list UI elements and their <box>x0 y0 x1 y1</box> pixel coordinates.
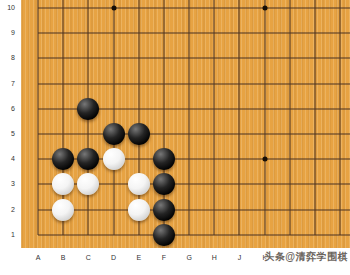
board-cell-C8[interactable] <box>76 46 101 71</box>
grid-line-horizontal <box>302 58 327 59</box>
grid-line-horizontal <box>177 159 202 160</box>
board-cell-J6[interactable] <box>227 96 252 121</box>
board-cell-E6[interactable] <box>126 96 151 121</box>
black-stone-C4 <box>77 148 99 170</box>
watermark-text: 头条@清弈学围棋 <box>264 251 348 263</box>
grid-line-vertical <box>289 0 290 21</box>
board-cell-N5[interactable] <box>328 121 350 146</box>
grid-line-horizontal <box>101 209 126 210</box>
grid-line-horizontal <box>126 33 151 34</box>
board-cell-B1[interactable] <box>51 222 76 247</box>
board-cell-E9[interactable] <box>126 21 151 46</box>
board-cell-D9[interactable] <box>101 21 126 46</box>
grid-line-vertical <box>214 222 215 235</box>
grid-line-horizontal <box>151 108 176 109</box>
grid-line-horizontal <box>328 8 350 9</box>
grid-line-horizontal <box>202 209 227 210</box>
row-label-5: 5 <box>0 130 15 138</box>
grid-line-horizontal <box>227 8 252 9</box>
grid-line-horizontal <box>202 159 227 160</box>
board-cell-H6[interactable] <box>202 96 227 121</box>
board-cell-D8[interactable] <box>101 46 126 71</box>
board-cell-J9[interactable] <box>227 21 252 46</box>
board-cell-D1[interactable] <box>101 222 126 247</box>
grid-line-horizontal <box>328 33 350 34</box>
black-stone-D5 <box>103 123 125 145</box>
board-cell-F8[interactable] <box>151 46 176 71</box>
board-cell-F9[interactable] <box>151 21 176 46</box>
grid-line-horizontal <box>101 33 126 34</box>
grid-line-vertical <box>264 222 265 235</box>
black-stone-F2 <box>153 199 175 221</box>
grid-line-horizontal <box>328 133 350 134</box>
board-cell-M4[interactable] <box>302 147 327 172</box>
grid-line-horizontal <box>177 58 202 59</box>
black-stone-F4 <box>153 148 175 170</box>
board-cell-B7[interactable] <box>51 71 76 96</box>
board-cell-G2[interactable] <box>177 197 202 222</box>
board-cell-B6[interactable] <box>51 96 76 121</box>
board-cell-J3[interactable] <box>227 172 252 197</box>
col-label-E: E <box>136 254 141 262</box>
board-cell-A1[interactable] <box>25 222 50 247</box>
board-cell-F3[interactable] <box>151 172 176 197</box>
grid-line-horizontal <box>252 83 277 84</box>
board-cell-H5[interactable] <box>202 121 227 146</box>
board-cell-M2[interactable] <box>302 197 327 222</box>
board-cell-A7[interactable] <box>25 71 50 96</box>
board-cell-K5[interactable] <box>252 121 277 146</box>
board-cell-G7[interactable] <box>177 71 202 96</box>
grid-line-horizontal <box>277 8 302 9</box>
grid-line-horizontal <box>277 58 302 59</box>
board-cell-G3[interactable] <box>177 172 202 197</box>
star-point-K10 <box>262 6 267 11</box>
board-cell-H3[interactable] <box>202 172 227 197</box>
grid-line-horizontal <box>302 33 327 34</box>
grid-line-vertical <box>340 222 341 235</box>
board-cell-D2[interactable] <box>101 197 126 222</box>
grid-line-horizontal <box>328 108 350 109</box>
grid-line-horizontal <box>252 184 277 185</box>
grid-line-horizontal <box>202 58 227 59</box>
grid-line-vertical <box>340 0 341 21</box>
grid-line-horizontal <box>38 209 51 210</box>
grid-line-vertical <box>138 222 139 235</box>
grid-line-horizontal <box>302 133 327 134</box>
grid-line-vertical <box>37 222 38 235</box>
grid-line-horizontal <box>328 159 350 160</box>
grid-line-horizontal <box>302 184 327 185</box>
board-cell-C7[interactable] <box>76 71 101 96</box>
black-stone-F1 <box>153 224 175 246</box>
grid-line-vertical <box>37 0 38 21</box>
board-cell-A10[interactable] <box>25 0 50 21</box>
grid-line-horizontal <box>227 133 252 134</box>
board-cell-A8[interactable] <box>25 46 50 71</box>
board-cell-E1[interactable] <box>126 222 151 247</box>
grid-line-horizontal <box>252 133 277 134</box>
grid-line-horizontal <box>51 133 76 134</box>
grid-line-horizontal <box>51 33 76 34</box>
board-cell-K1[interactable] <box>252 222 277 247</box>
grid-line-horizontal <box>302 8 327 9</box>
grid-line-horizontal <box>328 234 350 235</box>
grid-line-horizontal <box>202 83 227 84</box>
row-label-3: 3 <box>0 180 15 188</box>
grid-line-horizontal <box>227 209 252 210</box>
grid-line-horizontal <box>101 83 126 84</box>
board-cell-E7[interactable] <box>126 71 151 96</box>
board-cell-N2[interactable] <box>328 197 350 222</box>
board-cell-C1[interactable] <box>76 222 101 247</box>
grid-line-vertical <box>214 0 215 21</box>
grid-line-horizontal <box>151 58 176 59</box>
board-cell-L3[interactable] <box>277 172 302 197</box>
black-stone-F3 <box>153 173 175 195</box>
board-cell-J8[interactable] <box>227 46 252 71</box>
board-cell-K9[interactable] <box>252 21 277 46</box>
grid-line-horizontal <box>126 58 151 59</box>
grid-line-horizontal <box>51 234 76 235</box>
grid-line-horizontal <box>151 83 176 84</box>
grid-line-horizontal <box>302 83 327 84</box>
board-cell-L1[interactable] <box>277 222 302 247</box>
grid-line-horizontal <box>277 33 302 34</box>
board-cell-M7[interactable] <box>302 71 327 96</box>
board-cell-B10[interactable] <box>51 0 76 21</box>
grid-line-vertical <box>63 222 64 235</box>
board-cell-G9[interactable] <box>177 21 202 46</box>
grid-line-horizontal <box>302 108 327 109</box>
board-cell-H1[interactable] <box>202 222 227 247</box>
board-cell-M6[interactable] <box>302 96 327 121</box>
grid-line-horizontal <box>51 8 76 9</box>
board-cell-H8[interactable] <box>202 46 227 71</box>
grid-line-horizontal <box>101 108 126 109</box>
grid-line-vertical <box>289 222 290 235</box>
grid-line-horizontal <box>328 184 350 185</box>
board-cell-C6[interactable] <box>76 96 101 121</box>
grid-line-horizontal <box>302 209 327 210</box>
board-cell-M3[interactable] <box>302 172 327 197</box>
grid-line-horizontal <box>38 83 51 84</box>
grid-line-horizontal <box>328 209 350 210</box>
board-cell-C9[interactable] <box>76 21 101 46</box>
board-cell-K8[interactable] <box>252 46 277 71</box>
board-cell-E4[interactable] <box>126 147 151 172</box>
board-cell-D10[interactable] <box>101 0 126 21</box>
grid-line-vertical <box>239 0 240 21</box>
grid-line-vertical <box>88 222 89 235</box>
black-stone-E5 <box>128 123 150 145</box>
grid-line-vertical <box>88 0 89 21</box>
board-cell-H4[interactable] <box>202 147 227 172</box>
grid-line-horizontal <box>328 83 350 84</box>
board-cell-F10[interactable] <box>151 0 176 21</box>
board-cell-F4[interactable] <box>151 147 176 172</box>
grid-line-horizontal <box>126 159 151 160</box>
grid-line-horizontal <box>202 108 227 109</box>
grid-line-horizontal <box>101 234 126 235</box>
board-cell-A5[interactable] <box>25 121 50 146</box>
black-stone-B4 <box>52 148 74 170</box>
grid-line-horizontal <box>76 83 101 84</box>
board-cell-N7[interactable] <box>328 71 350 96</box>
board-cell-N1[interactable] <box>328 222 350 247</box>
grid-line-horizontal <box>76 234 101 235</box>
grid-line-horizontal <box>277 234 302 235</box>
grid-line-horizontal <box>51 83 76 84</box>
grid-line-vertical <box>163 0 164 21</box>
board-cell-B2[interactable] <box>51 197 76 222</box>
board-cell-H2[interactable] <box>202 197 227 222</box>
board-cell-L6[interactable] <box>277 96 302 121</box>
board-cell-C2[interactable] <box>76 197 101 222</box>
board-cell-H9[interactable] <box>202 21 227 46</box>
board-cell-L9[interactable] <box>277 21 302 46</box>
grid-line-horizontal <box>202 33 227 34</box>
grid-line-horizontal <box>76 33 101 34</box>
board-cell-E10[interactable] <box>126 0 151 21</box>
board-cell-B4[interactable] <box>51 147 76 172</box>
board-cell-C4[interactable] <box>76 147 101 172</box>
col-label-C: C <box>86 254 91 262</box>
grid-line-horizontal <box>38 58 51 59</box>
col-label-F: F <box>162 254 166 262</box>
board-cell-F2[interactable] <box>151 197 176 222</box>
row-label-2: 2 <box>0 206 15 214</box>
board-cell-F5[interactable] <box>151 121 176 146</box>
board-cell-D3[interactable] <box>101 172 126 197</box>
board-cell-K3[interactable] <box>252 172 277 197</box>
grid-line-horizontal <box>227 159 252 160</box>
grid-line-horizontal <box>227 184 252 185</box>
board-cell-K6[interactable] <box>252 96 277 121</box>
grid-line-horizontal <box>302 234 327 235</box>
board-cell-M5[interactable] <box>302 121 327 146</box>
board-cell-N3[interactable] <box>328 172 350 197</box>
board-cell-E5[interactable] <box>126 121 151 146</box>
grid-line-vertical <box>315 222 316 235</box>
grid-line-horizontal <box>252 209 277 210</box>
star-point-K4 <box>262 157 267 162</box>
board-cell-H7[interactable] <box>202 71 227 96</box>
board-cell-L4[interactable] <box>277 147 302 172</box>
board-cell-J7[interactable] <box>227 71 252 96</box>
board-cell-G6[interactable] <box>177 96 202 121</box>
board-cell-K10[interactable] <box>252 0 277 21</box>
board-cell-G1[interactable] <box>177 222 202 247</box>
grid-line-horizontal <box>177 234 202 235</box>
grid-line-horizontal <box>227 83 252 84</box>
grid-line-horizontal <box>38 184 51 185</box>
board-cell-N4[interactable] <box>328 147 350 172</box>
board-cell-E8[interactable] <box>126 46 151 71</box>
grid-line-horizontal <box>277 133 302 134</box>
board-cell-G4[interactable] <box>177 147 202 172</box>
white-stone-E3 <box>128 173 150 195</box>
grid-line-horizontal <box>38 108 51 109</box>
grid-line-horizontal <box>126 83 151 84</box>
grid-line-horizontal <box>227 234 252 235</box>
board-cell-M1[interactable] <box>302 222 327 247</box>
board-cell-M9[interactable] <box>302 21 327 46</box>
board-cell-D5[interactable] <box>101 121 126 146</box>
board-cell-C5[interactable] <box>76 121 101 146</box>
white-stone-B3 <box>52 173 74 195</box>
grid-line-horizontal <box>177 133 202 134</box>
board-cell-A6[interactable] <box>25 96 50 121</box>
board-cell-K2[interactable] <box>252 197 277 222</box>
board-cell-B8[interactable] <box>51 46 76 71</box>
grid-line-vertical <box>113 222 114 235</box>
row-label-1: 1 <box>0 231 15 239</box>
grid-line-horizontal <box>76 209 101 210</box>
grid-line-horizontal <box>277 209 302 210</box>
board-cell-L8[interactable] <box>277 46 302 71</box>
row-label-4: 4 <box>0 155 15 163</box>
board-cell-C10[interactable] <box>76 0 101 21</box>
board-cell-J1[interactable] <box>227 222 252 247</box>
grid-line-horizontal <box>101 184 126 185</box>
grid-line-horizontal <box>151 33 176 34</box>
board-cell-K4[interactable] <box>252 147 277 172</box>
grid-line-horizontal <box>38 133 51 134</box>
board-cell-A4[interactable] <box>25 147 50 172</box>
row-label-6: 6 <box>0 105 15 113</box>
star-point-D10 <box>111 6 116 11</box>
board-cell-F1[interactable] <box>151 222 176 247</box>
grid-line-horizontal <box>227 108 252 109</box>
col-label-H: H <box>212 254 217 262</box>
white-stone-C3 <box>77 173 99 195</box>
board-cell-H10[interactable] <box>202 0 227 21</box>
grid-line-vertical <box>239 222 240 235</box>
board-cell-E3[interactable] <box>126 172 151 197</box>
grid-line-horizontal <box>177 8 202 9</box>
board-cell-M8[interactable] <box>302 46 327 71</box>
board-cell-F7[interactable] <box>151 71 176 96</box>
board-cell-M10[interactable] <box>302 0 327 21</box>
col-label-D: D <box>111 254 116 262</box>
grid-line-horizontal <box>252 33 277 34</box>
board-cell-L2[interactable] <box>277 197 302 222</box>
board-cell-A3[interactable] <box>25 172 50 197</box>
grid-line-horizontal <box>76 133 101 134</box>
grid-line-horizontal <box>38 33 51 34</box>
board-cell-A9[interactable] <box>25 21 50 46</box>
board-cell-N8[interactable] <box>328 46 350 71</box>
board-grid <box>25 0 350 247</box>
grid-line-horizontal <box>277 108 302 109</box>
grid-line-horizontal <box>302 159 327 160</box>
grid-line-horizontal <box>202 133 227 134</box>
board-cell-J5[interactable] <box>227 121 252 146</box>
grid-line-horizontal <box>76 8 101 9</box>
board-cell-G5[interactable] <box>177 121 202 146</box>
board-cell-B5[interactable] <box>51 121 76 146</box>
grid-line-horizontal <box>51 58 76 59</box>
board-cell-D4[interactable] <box>101 147 126 172</box>
grid-line-horizontal <box>38 159 51 160</box>
grid-line-horizontal <box>277 184 302 185</box>
board-cell-G10[interactable] <box>177 0 202 21</box>
board-cell-B9[interactable] <box>51 21 76 46</box>
board-cell-G8[interactable] <box>177 46 202 71</box>
board-cell-E2[interactable] <box>126 197 151 222</box>
row-label-8: 8 <box>0 54 15 62</box>
grid-line-horizontal <box>252 58 277 59</box>
grid-line-horizontal <box>252 108 277 109</box>
grid-line-horizontal <box>277 159 302 160</box>
board-cell-L7[interactable] <box>277 71 302 96</box>
board-cell-D7[interactable] <box>101 71 126 96</box>
grid-line-horizontal <box>328 58 350 59</box>
grid-line-horizontal <box>202 234 227 235</box>
grid-line-horizontal <box>38 8 51 9</box>
grid-line-vertical <box>138 0 139 21</box>
grid-line-horizontal <box>177 33 202 34</box>
grid-line-vertical <box>189 0 190 21</box>
col-label-J: J <box>238 254 242 262</box>
row-label-10: 10 <box>0 4 15 12</box>
col-label-A: A <box>36 254 41 262</box>
board-cell-J10[interactable] <box>227 0 252 21</box>
grid-line-horizontal <box>177 83 202 84</box>
grid-line-horizontal <box>252 234 277 235</box>
board-cell-J4[interactable] <box>227 147 252 172</box>
grid-line-horizontal <box>177 108 202 109</box>
grid-line-horizontal <box>177 209 202 210</box>
board-cell-A2[interactable] <box>25 197 50 222</box>
grid-line-vertical <box>189 222 190 235</box>
grid-line-horizontal <box>101 58 126 59</box>
black-stone-C6 <box>77 98 99 120</box>
board-cell-D6[interactable] <box>101 96 126 121</box>
white-stone-E2 <box>128 199 150 221</box>
grid-line-horizontal <box>227 33 252 34</box>
row-label-9: 9 <box>0 29 15 37</box>
board-cell-B3[interactable] <box>51 172 76 197</box>
go-diagram: 10987654321 ABCDEFGHJK 头条@清弈学围棋 <box>0 0 350 275</box>
board-cell-J2[interactable] <box>227 197 252 222</box>
grid-line-horizontal <box>202 8 227 9</box>
white-stone-D4 <box>103 148 125 170</box>
col-label-G: G <box>186 254 191 262</box>
grid-line-horizontal <box>202 184 227 185</box>
board-cell-F6[interactable] <box>151 96 176 121</box>
row-label-7: 7 <box>0 80 15 88</box>
board-cell-L10[interactable] <box>277 0 302 21</box>
white-stone-B2 <box>52 199 74 221</box>
grid-line-horizontal <box>126 8 151 9</box>
grid-line-horizontal <box>151 133 176 134</box>
board-cell-K7[interactable] <box>252 71 277 96</box>
board-cell-N6[interactable] <box>328 96 350 121</box>
grid-line-horizontal <box>126 234 151 235</box>
grid-line-horizontal <box>38 234 51 235</box>
board-cell-N10[interactable] <box>328 0 350 21</box>
board-cell-L5[interactable] <box>277 121 302 146</box>
board-cell-C3[interactable] <box>76 172 101 197</box>
grid-line-horizontal <box>151 8 176 9</box>
board-cell-N9[interactable] <box>328 21 350 46</box>
go-board <box>21 0 350 248</box>
grid-line-vertical <box>315 0 316 21</box>
grid-line-horizontal <box>126 108 151 109</box>
grid-line-horizontal <box>227 58 252 59</box>
